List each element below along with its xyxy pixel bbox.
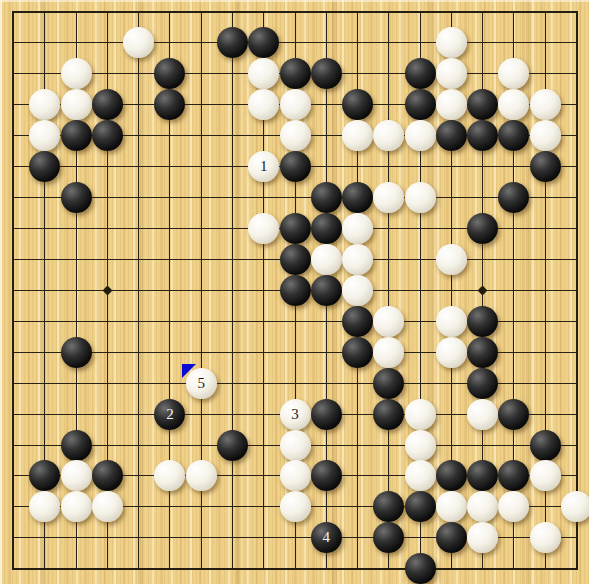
- white-stone: [342, 275, 373, 306]
- go-board[interactable]: 15234: [0, 0, 589, 584]
- white-stone: [61, 460, 92, 491]
- black-stone: [311, 399, 342, 430]
- white-stone: 5: [186, 368, 217, 399]
- black-stone: [530, 430, 561, 461]
- black-stone: [342, 306, 373, 337]
- blue-triangle-marker-icon: [182, 364, 196, 378]
- white-stone: [280, 460, 311, 491]
- white-stone: [280, 491, 311, 522]
- black-stone: [405, 553, 436, 584]
- white-stone: [436, 337, 467, 368]
- white-stone: [436, 89, 467, 120]
- black-stone: [311, 275, 342, 306]
- black-stone: [92, 120, 123, 151]
- black-stone: [405, 491, 436, 522]
- black-stone: [405, 58, 436, 89]
- white-stone: [405, 120, 436, 151]
- move-number-label: 3: [280, 399, 311, 430]
- white-stone: [280, 120, 311, 151]
- black-stone: [436, 120, 467, 151]
- white-stone: [342, 213, 373, 244]
- move-number-label: 2: [154, 399, 185, 430]
- black-stone: 4: [311, 522, 342, 553]
- black-stone: [280, 213, 311, 244]
- black-stone: [467, 306, 498, 337]
- black-stone: [92, 89, 123, 120]
- black-stone: [280, 275, 311, 306]
- white-stone: [186, 460, 217, 491]
- black-stone: [280, 244, 311, 275]
- black-stone: [467, 337, 498, 368]
- black-stone: [498, 399, 529, 430]
- white-stone: [530, 120, 561, 151]
- white-stone: [373, 306, 404, 337]
- black-stone: [467, 213, 498, 244]
- black-stone: [311, 182, 342, 213]
- white-stone: [436, 306, 467, 337]
- white-stone: [280, 430, 311, 461]
- white-stone: [405, 182, 436, 213]
- black-stone: [342, 182, 373, 213]
- move-number-label: 4: [311, 522, 342, 553]
- black-stone: [61, 337, 92, 368]
- white-stone: [405, 399, 436, 430]
- white-stone: [530, 522, 561, 553]
- black-stone: [217, 430, 248, 461]
- white-stone: [405, 430, 436, 461]
- white-stone: [530, 460, 561, 491]
- white-stone: [61, 491, 92, 522]
- black-stone: [280, 58, 311, 89]
- black-stone: [373, 368, 404, 399]
- white-stone: [311, 244, 342, 275]
- black-stone: [373, 399, 404, 430]
- white-stone: [373, 337, 404, 368]
- white-stone: [561, 491, 589, 522]
- white-stone: [467, 399, 498, 430]
- white-stone: [342, 244, 373, 275]
- white-stone: [61, 89, 92, 120]
- white-stone: 3: [280, 399, 311, 430]
- black-stone: 2: [154, 399, 185, 430]
- move-number-label: 1: [248, 151, 279, 182]
- black-stone: [436, 522, 467, 553]
- black-stone: [311, 213, 342, 244]
- black-stone: [530, 151, 561, 182]
- white-stone: [61, 58, 92, 89]
- white-stone: [280, 89, 311, 120]
- black-stone: [405, 89, 436, 120]
- black-stone: [61, 430, 92, 461]
- black-stone: [280, 151, 311, 182]
- white-stone: [405, 460, 436, 491]
- black-stone: [61, 182, 92, 213]
- white-stone: [436, 244, 467, 275]
- black-stone: [311, 58, 342, 89]
- black-stone: [342, 337, 373, 368]
- white-stone: [530, 89, 561, 120]
- white-stone: [92, 491, 123, 522]
- white-stone: 1: [248, 151, 279, 182]
- black-stone: [467, 368, 498, 399]
- black-stone: [61, 120, 92, 151]
